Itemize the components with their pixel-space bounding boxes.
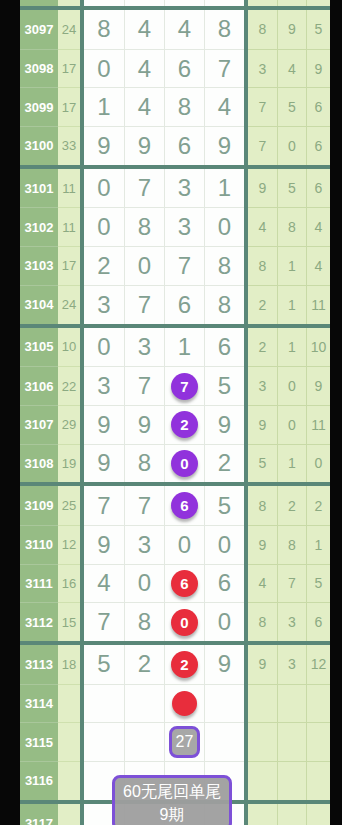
- main-cell: 9: [124, 405, 164, 444]
- main-cell: 6: [164, 564, 204, 603]
- main-cell: 1: [164, 328, 204, 367]
- main-cell: 0: [164, 602, 204, 641]
- stat-cell: 6: [306, 126, 330, 165]
- row-sum: 19: [58, 444, 80, 483]
- main-cell: 0: [204, 525, 244, 564]
- main-cell: 8: [204, 246, 244, 285]
- row-id: 3097: [20, 10, 58, 49]
- main-cell: 4: [204, 87, 244, 126]
- stat-cell: 2: [306, 486, 330, 525]
- stat-cell: [277, 684, 306, 723]
- main-cell: 0: [84, 328, 124, 367]
- stat-cell: [277, 804, 306, 825]
- main-cell: 6: [164, 285, 204, 324]
- main-cell: [84, 684, 124, 723]
- stat-cell: 5: [306, 10, 330, 49]
- chart-row-3101: 3101110731956: [20, 169, 330, 208]
- chart-row-3106: 3106223775309: [20, 366, 330, 405]
- row-id: 3101: [20, 169, 58, 208]
- main-cell: 0: [204, 602, 244, 641]
- stat-cell: [248, 722, 277, 761]
- main-cell: 0: [164, 525, 204, 564]
- main-cell: [164, 684, 204, 723]
- stat-cell: 5: [306, 564, 330, 603]
- main-cell: 7: [124, 366, 164, 405]
- row-id: 3111: [20, 564, 58, 603]
- stat-cell: 8: [248, 602, 277, 641]
- chart-row-3114: 3114: [20, 684, 330, 723]
- annotation-line1: 60无尾回单尾: [115, 780, 229, 803]
- chart-row-3100: 3100339969706: [20, 126, 330, 165]
- purple-circled-digit: 7: [171, 373, 198, 400]
- stat-cell: 1: [277, 246, 306, 285]
- stat-cell: 1: [277, 328, 306, 367]
- row-sum: 22: [58, 366, 80, 405]
- stat-cell: [248, 684, 277, 723]
- row-id: 3110: [20, 525, 58, 564]
- row-id: 3104: [20, 285, 58, 324]
- chart-row-3113: 31131852299312: [20, 645, 330, 684]
- main-cell: 2: [164, 645, 204, 684]
- chart-row-3099: 3099171484756: [20, 87, 330, 126]
- main-cell: 6: [204, 328, 244, 367]
- red-circled-digit: 0: [171, 609, 198, 636]
- stat-cell: 9: [277, 10, 306, 49]
- stat-cell: 7: [248, 126, 277, 165]
- gray-prediction-box: 27: [169, 726, 200, 758]
- stat-cell: 3: [277, 645, 306, 684]
- main-cell: 27: [164, 722, 204, 761]
- stat-cell: 2: [277, 486, 306, 525]
- main-cell: 6: [164, 49, 204, 88]
- row-sum: 16: [58, 564, 80, 603]
- trend-table: 3097248448895309817046734930991714847563…: [20, 0, 330, 825]
- stat-cell: 5: [248, 444, 277, 483]
- main-cell: 8: [124, 444, 164, 483]
- main-cell: 9: [84, 405, 124, 444]
- stat-cell: 3: [248, 366, 277, 405]
- stat-cell: [306, 804, 330, 825]
- chart-row-3107: 31072999299011: [20, 405, 330, 444]
- stat-cell: 12: [306, 645, 330, 684]
- main-cell: [84, 722, 124, 761]
- chart-row-3109: 3109257765822: [20, 486, 330, 525]
- main-cell: [204, 722, 244, 761]
- stat-cell: 4: [277, 49, 306, 88]
- main-cell: 9: [204, 405, 244, 444]
- stat-cell: [306, 761, 330, 800]
- stat-cell: 1: [277, 285, 306, 324]
- stat-cell: 4: [248, 564, 277, 603]
- purple-circled-digit: 6: [171, 492, 198, 519]
- main-cell: 3: [84, 285, 124, 324]
- stat-cell: 9: [248, 169, 277, 208]
- main-cell: 9: [84, 444, 124, 483]
- partial-top-row: [20, 0, 330, 6]
- row-sum: [58, 761, 80, 800]
- row-sum: [58, 684, 80, 723]
- main-cell: 9: [84, 126, 124, 165]
- row-sum: 17: [58, 87, 80, 126]
- main-cell: 0: [84, 207, 124, 246]
- stat-cell: 5: [277, 169, 306, 208]
- row-sum: 24: [58, 10, 80, 49]
- row-sum: 24: [58, 285, 80, 324]
- stat-cell: 8: [277, 525, 306, 564]
- stat-cell: 8: [248, 246, 277, 285]
- main-cell: [204, 684, 244, 723]
- main-cell: 0: [84, 169, 124, 208]
- stat-cell: [306, 722, 330, 761]
- main-cell: 5: [84, 645, 124, 684]
- main-cell: 0: [204, 207, 244, 246]
- main-cell: 8: [164, 87, 204, 126]
- main-cell: 0: [84, 49, 124, 88]
- row-sum: 29: [58, 405, 80, 444]
- stat-cell: 7: [248, 87, 277, 126]
- main-cell: 6: [164, 126, 204, 165]
- chart-row-3103: 3103172078814: [20, 246, 330, 285]
- main-cell: 0: [164, 444, 204, 483]
- stat-cell: [306, 684, 330, 723]
- main-cell: 7: [84, 602, 124, 641]
- stat-cell: 8: [277, 207, 306, 246]
- main-cell: 7: [124, 169, 164, 208]
- main-cell: 7: [204, 49, 244, 88]
- main-cell: 8: [204, 10, 244, 49]
- chart-row-3098: 3098170467349: [20, 49, 330, 88]
- stat-cell: 9: [306, 49, 330, 88]
- row-sum: 17: [58, 246, 80, 285]
- main-cell: 2: [124, 645, 164, 684]
- red-circled-digit: 6: [171, 570, 198, 597]
- chart-row-3108: 3108199802510: [20, 444, 330, 483]
- stat-cell: [248, 761, 277, 800]
- row-sum: [58, 722, 80, 761]
- stat-cell: [277, 761, 306, 800]
- stat-cell: 11: [306, 405, 330, 444]
- stat-cell: 2: [248, 285, 277, 324]
- row-sum: [58, 804, 80, 825]
- stat-cell: 9: [248, 405, 277, 444]
- main-cell: 4: [124, 87, 164, 126]
- row-sum: 12: [58, 525, 80, 564]
- chart-row-3104: 31042437682111: [20, 285, 330, 324]
- main-cell: 6: [164, 486, 204, 525]
- main-cell: 1: [204, 169, 244, 208]
- stat-cell: 6: [306, 169, 330, 208]
- row-id-cell: [20, 0, 58, 6]
- stat-cell: 0: [277, 126, 306, 165]
- stat-cell: 8: [248, 486, 277, 525]
- prediction-annotation-box: 60无尾回单尾 9期: [112, 775, 232, 825]
- main-cell: 0: [124, 564, 164, 603]
- main-cell: 4: [124, 49, 164, 88]
- row-sum-cell: [58, 0, 80, 6]
- stat-cell: 1: [306, 525, 330, 564]
- purple-circled-digit: 2: [171, 411, 198, 438]
- row-id: 3098: [20, 49, 58, 88]
- main-cell: 7: [164, 366, 204, 405]
- row-id: 3109: [20, 486, 58, 525]
- chart-row-3111: 3111164066475: [20, 564, 330, 603]
- main-cell: 8: [204, 285, 244, 324]
- row-id: 3105: [20, 328, 58, 367]
- annotation-line2: 9期: [115, 803, 229, 825]
- stat-cell: 1: [277, 444, 306, 483]
- rows-container: 3097248448895309817046734930991714847563…: [20, 10, 330, 825]
- row-id: 3107: [20, 405, 58, 444]
- main-cell: 3: [164, 207, 204, 246]
- row-id: 3106: [20, 366, 58, 405]
- main-cell: 2: [164, 405, 204, 444]
- chart-row-3097: 3097248448895: [20, 10, 330, 49]
- row-id: 3108: [20, 444, 58, 483]
- stat-cell: 6: [306, 87, 330, 126]
- main-cell: 7: [164, 246, 204, 285]
- stat-cell: 4: [306, 246, 330, 285]
- lottery-chart-screen[interactable]: 3097248448895309817046734930991714847563…: [0, 0, 342, 825]
- chart-row-3102: 3102110830484: [20, 207, 330, 246]
- row-id: 3103: [20, 246, 58, 285]
- main-cell: 7: [124, 285, 164, 324]
- stat-cell: 9: [248, 645, 277, 684]
- row-sum: 18: [58, 645, 80, 684]
- main-cell: 9: [84, 525, 124, 564]
- main-cell: 9: [204, 645, 244, 684]
- stat-cell: 9: [306, 366, 330, 405]
- row-id: 3102: [20, 207, 58, 246]
- chart-row-3115: 311527: [20, 722, 330, 761]
- stat-cell: 11: [306, 285, 330, 324]
- main-cell: 8: [124, 602, 164, 641]
- main-cell: 8: [84, 10, 124, 49]
- stat-cell: 0: [277, 405, 306, 444]
- main-cell: 2: [204, 444, 244, 483]
- main-cell: 4: [124, 10, 164, 49]
- main-cell: 1: [84, 87, 124, 126]
- main-cell: 5: [204, 486, 244, 525]
- chart-row-3110: 3110129300981: [20, 525, 330, 564]
- stat-cell: [277, 722, 306, 761]
- main-cell: 9: [204, 126, 244, 165]
- main-cell: 7: [84, 486, 124, 525]
- stat-cell: 4: [306, 207, 330, 246]
- stat-cell: 10: [306, 328, 330, 367]
- row-id: 3116: [20, 761, 58, 800]
- main-cell: 9: [124, 126, 164, 165]
- stat-cell: 0: [306, 444, 330, 483]
- red-circled-digit: 2: [171, 651, 198, 678]
- row-sum: 15: [58, 602, 80, 641]
- row-id: 3114: [20, 684, 58, 723]
- row-id: 3112: [20, 602, 58, 641]
- stat-cell: 7: [277, 564, 306, 603]
- stat-cell: 4: [248, 207, 277, 246]
- row-id: 3117: [20, 804, 58, 825]
- main-cell: 3: [124, 328, 164, 367]
- stat-cell: 0: [277, 366, 306, 405]
- stat-cell: 2: [248, 328, 277, 367]
- row-sum: 33: [58, 126, 80, 165]
- main-cell: 3: [164, 169, 204, 208]
- stat-cell: 5: [277, 87, 306, 126]
- main-cell: 7: [124, 486, 164, 525]
- stat-cell: [248, 804, 277, 825]
- stat-cell: 3: [277, 602, 306, 641]
- main-cell: [124, 684, 164, 723]
- main-cell: 0: [124, 246, 164, 285]
- row-id: 3099: [20, 87, 58, 126]
- row-id: 3100: [20, 126, 58, 165]
- chart-row-3112: 3112157800836: [20, 602, 330, 641]
- row-sum: 17: [58, 49, 80, 88]
- main-cell: 4: [164, 10, 204, 49]
- main-cell: 3: [84, 366, 124, 405]
- row-id: 3113: [20, 645, 58, 684]
- stat-cell: 9: [248, 525, 277, 564]
- stat-cell: 3: [248, 49, 277, 88]
- main-cell: [124, 722, 164, 761]
- main-cell: 5: [204, 366, 244, 405]
- red-dot-marker: [172, 691, 197, 716]
- main-cell: 4: [84, 564, 124, 603]
- row-id: 3115: [20, 722, 58, 761]
- row-sum: 11: [58, 207, 80, 246]
- purple-circled-digit: 0: [171, 450, 198, 477]
- stat-cell: 6: [306, 602, 330, 641]
- row-sum: 10: [58, 328, 80, 367]
- main-cell: 6: [204, 564, 244, 603]
- row-sum: 11: [58, 169, 80, 208]
- main-cell: 8: [124, 207, 164, 246]
- main-cell: 3: [124, 525, 164, 564]
- chart-row-3105: 31051003162110: [20, 328, 330, 367]
- main-cell: 2: [84, 246, 124, 285]
- stat-cell: 8: [248, 10, 277, 49]
- row-sum: 25: [58, 486, 80, 525]
